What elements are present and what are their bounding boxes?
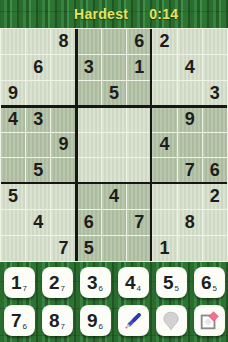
cell-r3c5[interactable]: 5 [102, 81, 126, 106]
digit-remaining-count: 6 [99, 285, 103, 293]
cell-r3c1[interactable]: 9 [1, 81, 25, 106]
cell-r6c7[interactable] [152, 158, 176, 183]
cell-r9c8[interactable] [178, 236, 202, 261]
pencil-icon [122, 310, 144, 332]
digit-remaining-count: 6 [99, 323, 103, 331]
cell-r2c6[interactable]: 1 [127, 55, 151, 80]
cell-r1c1[interactable] [1, 29, 25, 54]
cell-r4c3[interactable] [51, 107, 75, 132]
cell-r9c5[interactable] [102, 236, 126, 261]
digit-remaining-count: 7 [61, 285, 65, 293]
cell-r4c5[interactable] [102, 107, 126, 132]
digit-button-2[interactable]: 27 [42, 267, 73, 298]
cell-r6c8[interactable]: 7 [178, 158, 202, 183]
cell-r8c5[interactable] [102, 210, 126, 235]
difficulty-label: Hardest [74, 6, 128, 22]
cell-r1c4[interactable] [77, 29, 101, 54]
cell-r1c3[interactable]: 8 [51, 29, 75, 54]
cell-r7c8[interactable] [178, 184, 202, 209]
cell-r4c2[interactable]: 3 [26, 107, 50, 132]
cell-r5c3[interactable]: 9 [51, 133, 75, 158]
digit-remaining-count: 5 [175, 285, 179, 293]
cell-r1c8[interactable] [178, 29, 202, 54]
cell-r7c3[interactable] [51, 184, 75, 209]
cell-r8c2[interactable]: 4 [26, 210, 50, 235]
cell-r9c6[interactable] [127, 236, 151, 261]
cell-r7c9[interactable]: 2 [203, 184, 227, 209]
digit-button-3[interactable]: 36 [80, 267, 111, 298]
keypad-row-2: 768796 [0, 305, 228, 336]
cell-r8c4[interactable]: 6 [77, 210, 101, 235]
cell-r7c6[interactable] [127, 184, 151, 209]
cell-r1c5[interactable] [102, 29, 126, 54]
digit-label: 8 [49, 311, 60, 330]
digit-label: 3 [87, 273, 98, 292]
digit-remaining-count: 7 [23, 285, 27, 293]
cell-r4c6[interactable] [127, 107, 151, 132]
cell-r8c1[interactable] [1, 210, 25, 235]
cell-r1c6[interactable]: 6 [127, 29, 151, 54]
cell-r6c1[interactable] [1, 158, 25, 183]
cell-r2c4[interactable]: 3 [77, 55, 101, 80]
cell-r4c9[interactable] [203, 107, 227, 132]
digit-label: 1 [11, 273, 22, 292]
cell-r2c2[interactable]: 6 [26, 55, 50, 80]
digit-button-5[interactable]: 55 [156, 267, 187, 298]
digit-button-4[interactable]: 44 [118, 267, 149, 298]
cell-r2c1[interactable] [1, 55, 25, 80]
cell-r5c4[interactable] [77, 133, 101, 158]
digit-label: 2 [49, 273, 60, 292]
cell-r5c6[interactable] [127, 133, 151, 158]
cell-r5c8[interactable] [178, 133, 202, 158]
cell-r3c9[interactable]: 3 [203, 81, 227, 106]
erase-icon [198, 310, 220, 332]
cell-r6c4[interactable] [77, 158, 101, 183]
cell-r5c9[interactable] [203, 133, 227, 158]
digit-label: 9 [87, 311, 98, 330]
cell-r8c3[interactable] [51, 210, 75, 235]
cell-r3c4[interactable] [77, 81, 101, 106]
cell-r7c2[interactable] [26, 184, 50, 209]
cell-r2c5[interactable] [102, 55, 126, 80]
cell-r3c8[interactable] [178, 81, 202, 106]
cell-r2c7[interactable] [152, 55, 176, 80]
cell-r8c9[interactable] [203, 210, 227, 235]
pencil-button[interactable] [118, 305, 149, 336]
digit-button-8[interactable]: 87 [42, 305, 73, 336]
cell-r5c7[interactable]: 4 [152, 133, 176, 158]
cell-r2c9[interactable] [203, 55, 227, 80]
cell-r8c8[interactable]: 8 [178, 210, 202, 235]
cell-r9c4[interactable]: 5 [77, 236, 101, 261]
erase-button[interactable] [194, 305, 225, 336]
cell-r6c6[interactable] [127, 158, 151, 183]
digit-remaining-count: 5 [213, 285, 217, 293]
cell-r3c2[interactable] [26, 81, 50, 106]
cell-r7c5[interactable]: 4 [102, 184, 126, 209]
digit-remaining-count: 6 [23, 323, 27, 331]
digit-button-6[interactable]: 65 [194, 267, 225, 298]
hint-balloon-icon [160, 310, 182, 332]
cell-r6c5[interactable] [102, 158, 126, 183]
digit-button-9[interactable]: 96 [80, 305, 111, 336]
block-divider-horizontal-1 [1, 105, 227, 108]
cell-r8c7[interactable] [152, 210, 176, 235]
digit-button-1[interactable]: 17 [4, 267, 35, 298]
cell-r8c6[interactable]: 7 [127, 210, 151, 235]
cell-r3c6[interactable] [127, 81, 151, 106]
keypad: 172736445565 768796 [0, 262, 228, 336]
digit-label: 5 [163, 273, 174, 292]
keypad-row-1: 172736445565 [0, 267, 228, 298]
cell-r5c2[interactable] [26, 133, 50, 158]
cell-r6c9[interactable]: 6 [203, 158, 227, 183]
cell-r7c1[interactable]: 5 [1, 184, 25, 209]
cell-r3c3[interactable] [51, 81, 75, 106]
timer: 0:14 [149, 6, 178, 22]
cell-r9c2[interactable] [26, 236, 50, 261]
header: Hardest 0:14 [0, 0, 228, 28]
cell-r9c7[interactable]: 1 [152, 236, 176, 261]
cell-r4c1[interactable]: 4 [1, 107, 25, 132]
cell-r1c7[interactable]: 2 [152, 29, 176, 54]
sudoku-board: 8626314953439945765424678751 [0, 28, 228, 262]
cell-r7c7[interactable] [152, 184, 176, 209]
block-divider-horizontal-2 [1, 182, 227, 185]
digit-label: 7 [11, 311, 22, 330]
digit-label: 6 [201, 273, 212, 292]
cell-r2c3[interactable] [51, 55, 75, 80]
cell-r4c7[interactable] [152, 107, 176, 132]
digit-label: 4 [125, 273, 136, 292]
cell-r4c4[interactable] [77, 107, 101, 132]
cell-r6c3[interactable] [51, 158, 75, 183]
cell-r1c2[interactable] [26, 29, 50, 54]
cell-r3c7[interactable] [152, 81, 176, 106]
digit-remaining-count: 4 [137, 285, 141, 293]
sudoku-app: Hardest 0:14 862631495343994576542467875… [0, 0, 228, 342]
cell-r5c5[interactable] [102, 133, 126, 158]
digit-button-7[interactable]: 76 [4, 305, 35, 336]
cell-r4c8[interactable]: 9 [178, 107, 202, 132]
block-divider-vertical-1 [75, 29, 78, 261]
block-divider-vertical-2 [150, 29, 153, 261]
cell-r1c9[interactable] [203, 29, 227, 54]
cell-r6c2[interactable]: 5 [26, 158, 50, 183]
hint-button[interactable] [156, 305, 187, 336]
cell-r5c1[interactable] [1, 133, 25, 158]
cell-r2c8[interactable]: 4 [178, 55, 202, 80]
digit-remaining-count: 7 [61, 323, 65, 331]
cell-r7c4[interactable] [77, 184, 101, 209]
cell-r9c3[interactable]: 7 [51, 236, 75, 261]
cell-r9c1[interactable] [1, 236, 25, 261]
cell-r9c9[interactable] [203, 236, 227, 261]
